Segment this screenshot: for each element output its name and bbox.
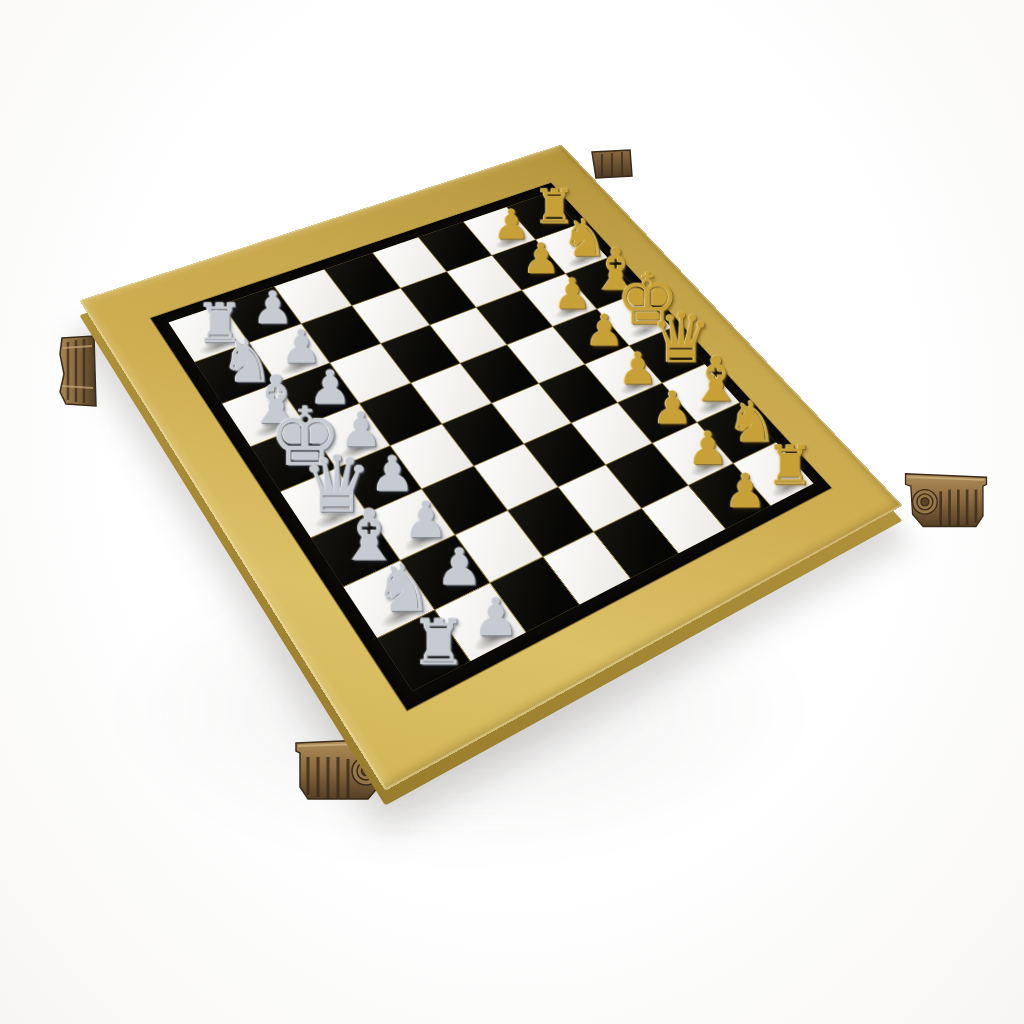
piece-black-pawn-b7[interactable]: ♟ xyxy=(688,427,730,471)
foot-right-ionic-capital xyxy=(902,464,990,538)
board-inner-black-margin: ♜♟♟♜♞♟♟♞♝♟♟♝♚♟♟♚♛♟♟♛♝♟♟♝♞♟♟♞♜♟♟♜ xyxy=(151,183,832,710)
piece-white-pawn-a2[interactable]: ♟ xyxy=(472,593,519,643)
board-stage: ♜♟♟♜♞♟♟♞♝♟♟♝♚♟♟♚♛♟♟♛♝♟♟♝♞♟♟♞♜♟♟♜ xyxy=(191,103,791,703)
piece-white-rook-a1[interactable]: ♜ xyxy=(411,613,468,673)
square-e6[interactable] xyxy=(508,327,584,383)
piece-black-pawn-a7[interactable]: ♟ xyxy=(725,469,767,514)
piece-black-rook-a8[interactable]: ♜ xyxy=(765,440,814,492)
board-grid: ♜♟♟♜♞♟♟♞♝♟♟♝♚♟♟♚♛♟♟♛♝♟♟♝♞♟♟♞♜♟♟♜ xyxy=(169,193,814,691)
square-c6[interactable] xyxy=(572,403,651,464)
brass-board-frame: ♜♟♟♜♞♟♟♞♝♟♟♝♚♟♟♚♛♟♟♛♝♟♟♝♞♟♟♞♜♟♟♜ xyxy=(79,144,902,790)
foot-left-ionic-capital xyxy=(56,334,98,410)
product-photo-scene: ♜♟♟♜♞♟♟♞♝♟♟♝♚♟♟♚♛♟♟♛♝♟♟♝♞♟♟♞♜♟♟♜ xyxy=(0,0,1024,1024)
square-a6[interactable] xyxy=(643,486,726,553)
